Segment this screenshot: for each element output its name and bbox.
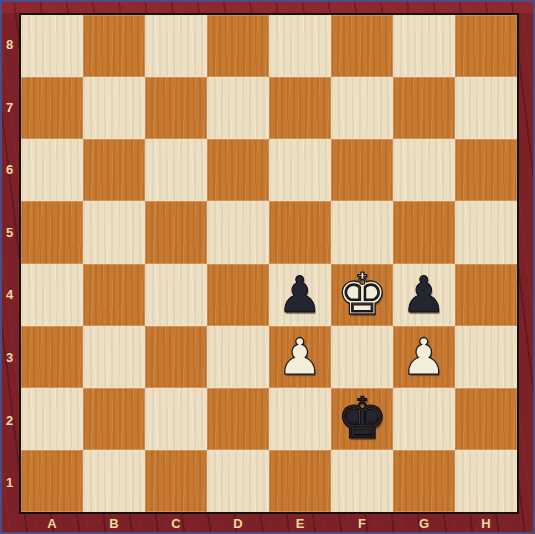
- square-h7[interactable]: [455, 77, 517, 139]
- square-b8[interactable]: [83, 15, 145, 77]
- square-e3[interactable]: ♟: [269, 326, 331, 388]
- square-b7[interactable]: [83, 77, 145, 139]
- rank-label-7: 7: [0, 76, 19, 139]
- square-h8[interactable]: [455, 15, 517, 77]
- chessboard-frame: ♟♚♟♟♟♚ 87654321 ABCDEFGH: [0, 0, 535, 534]
- square-b3[interactable]: [83, 326, 145, 388]
- square-e1[interactable]: [269, 450, 331, 512]
- rank-label-1: 1: [0, 451, 19, 514]
- square-d5[interactable]: [207, 201, 269, 263]
- chess-board: ♟♚♟♟♟♚: [19, 13, 519, 514]
- square-d4[interactable]: [207, 264, 269, 326]
- square-e6[interactable]: [269, 139, 331, 201]
- square-f3[interactable]: [331, 326, 393, 388]
- square-h1[interactable]: [455, 450, 517, 512]
- square-g3[interactable]: ♟: [393, 326, 455, 388]
- file-label-a: A: [21, 514, 83, 533]
- square-a6[interactable]: [21, 139, 83, 201]
- square-c4[interactable]: [145, 264, 207, 326]
- rank-label-3: 3: [0, 326, 19, 389]
- piece-black-pawn-g4[interactable]: ♟: [402, 270, 447, 320]
- square-d3[interactable]: [207, 326, 269, 388]
- square-c5[interactable]: [145, 201, 207, 263]
- square-a1[interactable]: [21, 450, 83, 512]
- square-g6[interactable]: [393, 139, 455, 201]
- square-e7[interactable]: [269, 77, 331, 139]
- square-g5[interactable]: [393, 201, 455, 263]
- file-label-g: G: [393, 514, 455, 533]
- square-g7[interactable]: [393, 77, 455, 139]
- square-a5[interactable]: [21, 201, 83, 263]
- square-a4[interactable]: [21, 264, 83, 326]
- square-e5[interactable]: [269, 201, 331, 263]
- square-a3[interactable]: [21, 326, 83, 388]
- square-e8[interactable]: [269, 15, 331, 77]
- square-b6[interactable]: [83, 139, 145, 201]
- piece-white-pawn-e3[interactable]: ♟: [278, 332, 323, 382]
- square-b4[interactable]: [83, 264, 145, 326]
- square-e4[interactable]: ♟: [269, 264, 331, 326]
- piece-black-pawn-e4[interactable]: ♟: [278, 270, 323, 320]
- square-d2[interactable]: [207, 388, 269, 450]
- file-label-f: F: [331, 514, 393, 533]
- square-b2[interactable]: [83, 388, 145, 450]
- square-d7[interactable]: [207, 77, 269, 139]
- rank-label-4: 4: [0, 263, 19, 326]
- piece-black-king-f2[interactable]: ♚: [336, 390, 387, 447]
- square-h3[interactable]: [455, 326, 517, 388]
- piece-white-pawn-g3[interactable]: ♟: [402, 332, 447, 382]
- square-h2[interactable]: [455, 388, 517, 450]
- square-h6[interactable]: [455, 139, 517, 201]
- square-d1[interactable]: [207, 450, 269, 512]
- square-f5[interactable]: [331, 201, 393, 263]
- square-d8[interactable]: [207, 15, 269, 77]
- file-label-d: D: [207, 514, 269, 533]
- square-g2[interactable]: [393, 388, 455, 450]
- file-label-e: E: [269, 514, 331, 533]
- square-e2[interactable]: [269, 388, 331, 450]
- square-a7[interactable]: [21, 77, 83, 139]
- square-c2[interactable]: [145, 388, 207, 450]
- square-f6[interactable]: [331, 139, 393, 201]
- square-f8[interactable]: [331, 15, 393, 77]
- rank-label-2: 2: [0, 389, 19, 452]
- square-c1[interactable]: [145, 450, 207, 512]
- piece-white-king-f4[interactable]: ♚: [336, 266, 387, 323]
- square-a8[interactable]: [21, 15, 83, 77]
- square-f4[interactable]: ♚: [331, 264, 393, 326]
- square-c8[interactable]: [145, 15, 207, 77]
- square-d6[interactable]: [207, 139, 269, 201]
- square-h4[interactable]: [455, 264, 517, 326]
- square-c6[interactable]: [145, 139, 207, 201]
- square-f1[interactable]: [331, 450, 393, 512]
- square-b1[interactable]: [83, 450, 145, 512]
- file-label-h: H: [455, 514, 517, 533]
- file-label-c: C: [145, 514, 207, 533]
- square-b5[interactable]: [83, 201, 145, 263]
- square-h5[interactable]: [455, 201, 517, 263]
- rank-label-6: 6: [0, 138, 19, 201]
- rank-label-5: 5: [0, 201, 19, 264]
- square-f2[interactable]: ♚: [331, 388, 393, 450]
- square-g4[interactable]: ♟: [393, 264, 455, 326]
- square-c7[interactable]: [145, 77, 207, 139]
- square-c3[interactable]: [145, 326, 207, 388]
- rank-label-8: 8: [0, 13, 19, 76]
- square-a2[interactable]: [21, 388, 83, 450]
- square-g8[interactable]: [393, 15, 455, 77]
- file-label-b: B: [83, 514, 145, 533]
- square-g1[interactable]: [393, 450, 455, 512]
- square-f7[interactable]: [331, 77, 393, 139]
